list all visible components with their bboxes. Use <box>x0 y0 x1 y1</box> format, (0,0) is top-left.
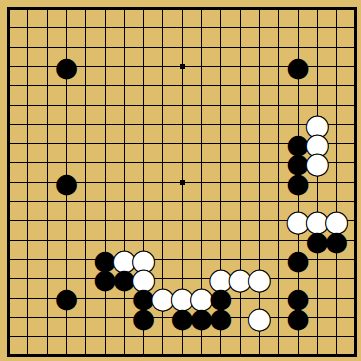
white-stone: ● <box>250 269 269 288</box>
black-stone: ● <box>57 57 76 76</box>
black-stone: ● <box>211 308 230 327</box>
white-stone: ● <box>250 308 269 327</box>
black-stone: ● <box>57 173 76 192</box>
black-stone: ● <box>134 308 153 327</box>
black-stone: ● <box>288 250 307 269</box>
black-stone: ● <box>288 173 307 192</box>
white-stone: ● <box>308 153 327 172</box>
black-stone: ● <box>57 288 76 307</box>
black-stone: ● <box>327 230 346 249</box>
black-stone: ● <box>288 57 307 76</box>
black-stone: ● <box>288 308 307 327</box>
stones-layer: ●●●●●●●●●●●●●●●●●●●●●●●●●●●●●●●●●●●●● <box>0 0 361 361</box>
go-board[interactable]: ●●●●●●●●●●●●●●●●●●●●●●●●●●●●●●●●●●●●● <box>0 0 361 361</box>
